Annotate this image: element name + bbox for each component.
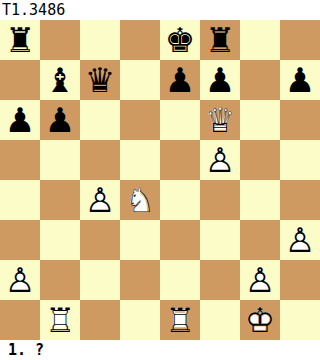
puzzle-title: T1.3486 [0,0,320,20]
square-d1[interactable] [120,300,160,340]
white-rook-glyph: ♖ [40,300,80,340]
square-e2[interactable] [160,260,200,300]
move-prompt: 1. ? [0,340,320,360]
white-pawn[interactable]: ♟♙ [0,260,40,300]
black-rook-glyph: ♜ [200,20,240,60]
square-f7[interactable]: ♟ [200,60,240,100]
square-c5[interactable] [80,140,120,180]
square-c4[interactable]: ♟♙ [80,180,120,220]
white-pawn[interactable]: ♟♙ [280,220,320,260]
square-c8[interactable] [80,20,120,60]
square-h6[interactable] [280,100,320,140]
white-rook[interactable]: ♜♖ [160,300,200,340]
black-pawn-glyph: ♟ [40,100,80,140]
white-pawn-glyph: ♙ [80,180,120,220]
square-h3[interactable]: ♟♙ [280,220,320,260]
square-d2[interactable] [120,260,160,300]
white-queen-glyph: ♕ [200,100,240,140]
square-b8[interactable] [40,20,80,60]
white-queen[interactable]: ♛♕ [200,100,240,140]
white-knight[interactable]: ♞♘ [120,180,160,220]
square-h8[interactable] [280,20,320,60]
square-a2[interactable]: ♟♙ [0,260,40,300]
black-rook[interactable]: ♜ [200,20,240,60]
black-queen[interactable]: ♛ [80,60,120,100]
black-pawn-glyph: ♟ [280,60,320,100]
square-b1[interactable]: ♜♖ [40,300,80,340]
square-h7[interactable]: ♟ [280,60,320,100]
square-b6[interactable]: ♟ [40,100,80,140]
square-e7[interactable]: ♟ [160,60,200,100]
square-c3[interactable] [80,220,120,260]
square-f6[interactable]: ♛♕ [200,100,240,140]
square-g3[interactable] [240,220,280,260]
white-pawn-glyph: ♙ [240,260,280,300]
square-a3[interactable] [0,220,40,260]
black-king-glyph: ♚ [160,20,200,60]
square-g7[interactable] [240,60,280,100]
square-b7[interactable]: ♝ [40,60,80,100]
square-b3[interactable] [40,220,80,260]
square-f5[interactable]: ♟♙ [200,140,240,180]
white-pawn-glyph: ♙ [280,220,320,260]
square-g2[interactable]: ♟♙ [240,260,280,300]
chess-board: ♜♚♜♝♛♟♟♟♟♟♛♕♟♙♟♙♞♘♟♙♟♙♟♙♜♖♜♖♚♔ [0,20,320,340]
square-f1[interactable] [200,300,240,340]
square-c7[interactable]: ♛ [80,60,120,100]
square-d4[interactable]: ♞♘ [120,180,160,220]
white-knight-glyph: ♘ [120,180,160,220]
square-h2[interactable] [280,260,320,300]
square-h4[interactable] [280,180,320,220]
white-rook-glyph: ♖ [160,300,200,340]
white-king[interactable]: ♚♔ [240,300,280,340]
black-queen-glyph: ♛ [80,60,120,100]
square-b4[interactable] [40,180,80,220]
square-a5[interactable] [0,140,40,180]
square-d3[interactable] [120,220,160,260]
square-c1[interactable] [80,300,120,340]
square-b2[interactable] [40,260,80,300]
square-d8[interactable] [120,20,160,60]
square-e1[interactable]: ♜♖ [160,300,200,340]
square-d5[interactable] [120,140,160,180]
white-pawn-glyph: ♙ [200,140,240,180]
square-d7[interactable] [120,60,160,100]
square-e4[interactable] [160,180,200,220]
square-a4[interactable] [0,180,40,220]
black-pawn-glyph: ♟ [0,100,40,140]
white-king-glyph: ♔ [240,300,280,340]
black-rook[interactable]: ♜ [0,20,40,60]
square-e6[interactable] [160,100,200,140]
black-rook-glyph: ♜ [0,20,40,60]
black-pawn[interactable]: ♟ [0,100,40,140]
square-c2[interactable] [80,260,120,300]
black-bishop-glyph: ♝ [40,60,80,100]
white-pawn[interactable]: ♟♙ [200,140,240,180]
square-f3[interactable] [200,220,240,260]
black-pawn[interactable]: ♟ [40,100,80,140]
square-g4[interactable] [240,180,280,220]
square-d6[interactable] [120,100,160,140]
white-pawn-glyph: ♙ [0,260,40,300]
white-pawn[interactable]: ♟♙ [80,180,120,220]
black-pawn-glyph: ♟ [200,60,240,100]
square-f4[interactable] [200,180,240,220]
square-a1[interactable] [0,300,40,340]
square-f8[interactable]: ♜ [200,20,240,60]
square-a8[interactable]: ♜ [0,20,40,60]
chess-app-window: T1.3486 ♜♚♜♝♛♟♟♟♟♟♛♕♟♙♟♙♞♘♟♙♟♙♟♙♜♖♜♖♚♔ 1… [0,0,320,360]
black-bishop[interactable]: ♝ [40,60,80,100]
black-pawn[interactable]: ♟ [200,60,240,100]
square-e8[interactable]: ♚ [160,20,200,60]
square-h1[interactable] [280,300,320,340]
square-f2[interactable] [200,260,240,300]
black-king[interactable]: ♚ [160,20,200,60]
black-pawn[interactable]: ♟ [280,60,320,100]
square-g1[interactable]: ♚♔ [240,300,280,340]
square-b5[interactable] [40,140,80,180]
square-a6[interactable]: ♟ [0,100,40,140]
white-pawn[interactable]: ♟♙ [240,260,280,300]
square-a7[interactable] [0,60,40,100]
square-e5[interactable] [160,140,200,180]
square-g6[interactable] [240,100,280,140]
square-g5[interactable] [240,140,280,180]
black-pawn[interactable]: ♟ [160,60,200,100]
square-c6[interactable] [80,100,120,140]
square-e3[interactable] [160,220,200,260]
white-rook[interactable]: ♜♖ [40,300,80,340]
square-g8[interactable] [240,20,280,60]
black-pawn-glyph: ♟ [160,60,200,100]
square-h5[interactable] [280,140,320,180]
